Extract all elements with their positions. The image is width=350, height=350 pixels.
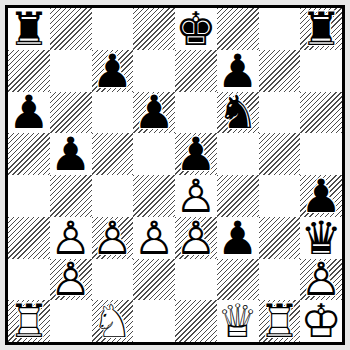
piece-white-pawn[interactable]: ♟♙ xyxy=(50,259,92,301)
black-pawn-icon: ♟ xyxy=(50,133,92,175)
square-d1[interactable] xyxy=(133,300,175,342)
white-rook-icon: ♖ xyxy=(8,300,50,342)
square-h7[interactable] xyxy=(300,50,342,92)
square-e7[interactable] xyxy=(175,50,217,92)
square-c3[interactable]: ♟♙ xyxy=(92,217,134,259)
chess-board: ♜♜♚♚♜♜♟♟♟♟♟♟♟♟♞♞♟♟♟♟♟♙♟♟♟♙♟♙♟♙♟♙♟♟♛♛♟♙♟♙… xyxy=(8,8,342,342)
square-b8[interactable] xyxy=(50,8,92,50)
square-f6[interactable]: ♞♞ xyxy=(217,92,259,134)
piece-black-pawn[interactable]: ♟♟ xyxy=(92,50,134,92)
square-a3[interactable] xyxy=(8,217,50,259)
square-a8[interactable]: ♜♜ xyxy=(8,8,50,50)
square-h6[interactable] xyxy=(300,92,342,134)
piece-white-pawn[interactable]: ♟♙ xyxy=(92,217,134,259)
white-knight-icon: ♘ xyxy=(92,300,134,342)
piece-white-pawn[interactable]: ♟♙ xyxy=(175,217,217,259)
piece-white-queen[interactable]: ♛♕ xyxy=(217,300,259,342)
piece-black-pawn[interactable]: ♟♟ xyxy=(217,217,259,259)
white-pawn-icon: ♙ xyxy=(133,217,175,259)
white-king-icon: ♔ xyxy=(300,300,342,342)
square-d5[interactable] xyxy=(133,133,175,175)
square-c5[interactable] xyxy=(92,133,134,175)
square-h8[interactable]: ♜♜ xyxy=(300,8,342,50)
piece-black-rook[interactable]: ♜♜ xyxy=(8,8,50,50)
square-g6[interactable] xyxy=(259,92,301,134)
white-pawn-icon: ♙ xyxy=(50,259,92,301)
piece-black-pawn[interactable]: ♟♟ xyxy=(50,133,92,175)
piece-black-knight[interactable]: ♞♞ xyxy=(217,92,259,134)
square-e2[interactable] xyxy=(175,259,217,301)
square-b7[interactable] xyxy=(50,50,92,92)
black-rook-icon: ♜ xyxy=(8,8,50,50)
square-c6[interactable] xyxy=(92,92,134,134)
square-a5[interactable] xyxy=(8,133,50,175)
chess-board-frame: ♜♜♚♚♜♜♟♟♟♟♟♟♟♟♞♞♟♟♟♟♟♙♟♟♟♙♟♙♟♙♟♙♟♟♛♛♟♙♟♙… xyxy=(5,5,345,345)
square-b5[interactable]: ♟♟ xyxy=(50,133,92,175)
piece-black-pawn[interactable]: ♟♟ xyxy=(133,92,175,134)
piece-white-knight[interactable]: ♞♘ xyxy=(92,300,134,342)
piece-white-rook[interactable]: ♜♖ xyxy=(8,300,50,342)
piece-black-rook[interactable]: ♜♜ xyxy=(300,8,342,50)
square-c7[interactable]: ♟♟ xyxy=(92,50,134,92)
square-g7[interactable] xyxy=(259,50,301,92)
square-g4[interactable] xyxy=(259,175,301,217)
square-b2[interactable]: ♟♙ xyxy=(50,259,92,301)
square-d3[interactable]: ♟♙ xyxy=(133,217,175,259)
square-f1[interactable]: ♛♕ xyxy=(217,300,259,342)
square-a4[interactable] xyxy=(8,175,50,217)
piece-black-pawn[interactable]: ♟♟ xyxy=(8,92,50,134)
square-h1[interactable]: ♚♔ xyxy=(300,300,342,342)
square-e3[interactable]: ♟♙ xyxy=(175,217,217,259)
white-queen-icon: ♕ xyxy=(217,300,259,342)
square-e8[interactable]: ♚♚ xyxy=(175,8,217,50)
square-b1[interactable] xyxy=(50,300,92,342)
square-c1[interactable]: ♞♘ xyxy=(92,300,134,342)
square-d2[interactable] xyxy=(133,259,175,301)
square-g3[interactable] xyxy=(259,217,301,259)
white-pawn-icon: ♙ xyxy=(92,217,134,259)
square-a1[interactable]: ♜♖ xyxy=(8,300,50,342)
black-pawn-icon: ♟ xyxy=(92,50,134,92)
black-rook-icon: ♜ xyxy=(300,8,342,50)
piece-white-pawn[interactable]: ♟♙ xyxy=(133,217,175,259)
black-king-icon: ♚ xyxy=(175,8,217,50)
square-a6[interactable]: ♟♟ xyxy=(8,92,50,134)
square-d8[interactable] xyxy=(133,8,175,50)
black-pawn-icon: ♟ xyxy=(217,217,259,259)
square-g8[interactable] xyxy=(259,8,301,50)
black-pawn-icon: ♟ xyxy=(133,92,175,134)
piece-white-king[interactable]: ♚♔ xyxy=(300,300,342,342)
square-g5[interactable] xyxy=(259,133,301,175)
white-pawn-icon: ♙ xyxy=(175,217,217,259)
white-rook-icon: ♖ xyxy=(259,300,301,342)
square-e1[interactable] xyxy=(175,300,217,342)
black-pawn-icon: ♟ xyxy=(8,92,50,134)
black-knight-icon: ♞ xyxy=(217,92,259,134)
square-f5[interactable] xyxy=(217,133,259,175)
square-g1[interactable]: ♜♖ xyxy=(259,300,301,342)
square-d6[interactable]: ♟♟ xyxy=(133,92,175,134)
square-f3[interactable]: ♟♟ xyxy=(217,217,259,259)
piece-white-rook[interactable]: ♜♖ xyxy=(259,300,301,342)
piece-black-king[interactable]: ♚♚ xyxy=(175,8,217,50)
